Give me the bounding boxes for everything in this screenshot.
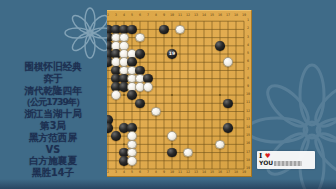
coordinate-label: 9 — [163, 14, 165, 17]
coordinate-label: 16 — [246, 143, 250, 146]
coordinate-label: 4 — [247, 44, 249, 47]
coordinate-label: 2 — [107, 14, 109, 17]
go-board: 19 2233445566778899101011111212131314141… — [107, 10, 252, 177]
bottom-vignette — [0, 179, 336, 189]
coordinate-label: 17 — [246, 151, 250, 154]
coordinate-label: 13 — [246, 118, 250, 121]
coordinate-label: 7 — [247, 69, 249, 72]
coordinate-label: 11 — [178, 171, 182, 174]
title-line-event: 浙江当湖十局 — [0, 108, 106, 120]
coordinate-label: 3 — [115, 171, 117, 174]
coordinate-label: 17 — [226, 171, 230, 174]
title-line-black-player: 黑方范西屏 — [0, 132, 106, 144]
coordinate-label: 14 — [202, 14, 206, 17]
title-line-playedat: 弈于 — [0, 73, 106, 85]
move-number-label: 19 — [169, 52, 175, 57]
black-stone-c9r2 — [159, 25, 169, 35]
coordinate-label: 8 — [247, 77, 249, 80]
white-stone-c11r2 — [175, 25, 185, 35]
coordinate-label: 14 — [202, 171, 206, 174]
title-line-vs: VS — [0, 144, 106, 156]
coordinate-label: 15 — [246, 134, 250, 137]
coordinate-label: 3 — [247, 36, 249, 39]
title-line-era: 清代乾隆四年 — [0, 85, 106, 97]
coordinate-label: 19 — [242, 171, 246, 174]
black-stone-c10r5: 19 — [167, 49, 177, 59]
coordinate-label: 7 — [147, 171, 149, 174]
coordinate-label: 19 — [246, 167, 250, 170]
white-stone-c6r3 — [135, 33, 145, 43]
coordinate-label: 9 — [247, 85, 249, 88]
coordinate-label: 12 — [246, 110, 250, 113]
coordinate-label: 1 — [247, 19, 249, 22]
white-stone-c16r16 — [215, 140, 225, 150]
coordinate-label: 18 — [234, 171, 238, 174]
coordinate-label: 5 — [247, 52, 249, 55]
title-line-year: （公元1739年） — [0, 96, 106, 108]
coordinate-label: 8 — [155, 171, 157, 174]
black-stone-c5r2 — [127, 25, 137, 35]
coordinate-label: 16 — [218, 14, 222, 17]
coordinate-label: 12 — [186, 14, 190, 17]
coordinate-label: 18 — [234, 14, 238, 17]
coordinate-label: 3 — [115, 14, 117, 17]
title-line-white-player: 白方施襄夏 — [0, 155, 106, 167]
white-stone-c7r9 — [143, 82, 153, 92]
coordinate-label: 8 — [155, 14, 157, 17]
coordinate-label: 13 — [194, 171, 198, 174]
coordinate-label: 14 — [246, 126, 250, 129]
watermark-small-text-blur — [274, 161, 302, 166]
title-block: 围棋怀旧经典 弈于 清代乾隆四年 （公元1739年） 浙江当湖十局 第3局 黑方… — [0, 61, 106, 179]
coordinate-label: 15 — [210, 171, 214, 174]
coordinate-label: 10 — [170, 14, 174, 17]
coordinate-label: 11 — [246, 102, 250, 105]
black-stone-c6r5 — [135, 49, 145, 59]
white-stone-c8r12 — [151, 107, 161, 117]
coordinate-label: 16 — [218, 171, 222, 174]
title-line-series: 围棋怀旧经典 — [0, 61, 106, 73]
white-stone-c3r10 — [111, 90, 121, 100]
coordinate-label: 6 — [247, 61, 249, 64]
coordinate-label: 13 — [194, 14, 198, 17]
coordinate-label: 6 — [139, 171, 141, 174]
white-stone-c10r15 — [167, 131, 177, 141]
coordinate-label: 2 — [107, 171, 109, 174]
coordinate-label: 6 — [139, 14, 141, 17]
coordinate-label: 9 — [163, 171, 165, 174]
title-line-gameno: 第3局 — [0, 120, 106, 132]
coordinate-label: 7 — [147, 14, 149, 17]
coordinate-label: 17 — [226, 14, 230, 17]
coordinate-label: 4 — [123, 14, 125, 17]
coordinate-label: 15 — [210, 14, 214, 17]
black-stone-c10r17 — [167, 148, 177, 158]
coordinate-label: 10 — [170, 171, 174, 174]
coordinate-label: 2 — [247, 28, 249, 31]
flower-ornament-bottom-right — [252, 55, 336, 189]
black-stone-c17r14 — [223, 123, 233, 133]
coordinate-label: 5 — [131, 171, 133, 174]
white-stone-c12r17 — [183, 148, 193, 158]
white-stone-c17r6 — [223, 57, 233, 67]
video-thumbnail: 围棋怀旧经典 弈于 清代乾隆四年 （公元1739年） 浙江当湖十局 第3局 黑方… — [0, 0, 336, 189]
black-stone-c6r11 — [135, 99, 145, 109]
black-stone-c5r10 — [127, 90, 137, 100]
black-stone-c3r15 — [111, 131, 121, 141]
coordinate-label: 4 — [123, 171, 125, 174]
coordinate-label: 12 — [186, 171, 190, 174]
title-line-result: 黑胜14子 — [0, 167, 106, 179]
channel-watermark: I ♥ YOU — [257, 151, 315, 169]
coordinate-label: 10 — [246, 93, 250, 96]
watermark-line2: YOU — [259, 160, 313, 167]
coordinate-label: 5 — [131, 14, 133, 17]
black-stone-c16r4 — [215, 41, 225, 51]
black-stone-c17r11 — [223, 99, 233, 109]
coordinate-label: 19 — [242, 14, 246, 17]
coordinate-label: 11 — [178, 14, 182, 17]
white-stone-c5r18 — [127, 156, 137, 166]
coordinate-label: 18 — [246, 159, 250, 162]
